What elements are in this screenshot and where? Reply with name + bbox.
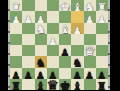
square-a8[interactable]: ♜ <box>10 79 22 90</box>
square-c2[interactable]: ♟ <box>35 11 47 22</box>
chess-board[interactable]: ♜♚♝♞♜♟♟♟♟♟♞♝♟♟♟♛♞♞♟♟♟♟♟♟♟♜♝♛♚♝♜ <box>10 0 108 90</box>
square-d2[interactable] <box>47 11 59 22</box>
square-e5[interactable]: ♟ <box>59 45 71 56</box>
square-c7[interactable]: ♟ <box>35 68 47 79</box>
square-e4[interactable] <box>59 34 71 45</box>
square-a4[interactable] <box>10 34 22 45</box>
square-h8[interactable]: ♜ <box>96 79 108 90</box>
square-e6[interactable] <box>59 56 71 67</box>
square-a3[interactable] <box>10 23 22 34</box>
square-g1[interactable]: ♞ <box>84 0 96 11</box>
square-h3[interactable] <box>96 23 108 34</box>
square-d8[interactable]: ♛ <box>47 79 59 90</box>
piece-black-queen-d8[interactable]: ♛ <box>47 79 59 91</box>
square-a1[interactable]: ♜ <box>10 0 22 11</box>
square-c3[interactable]: ♞ <box>35 23 47 34</box>
square-c5[interactable] <box>35 45 47 56</box>
square-g5[interactable]: ♛ <box>84 45 96 56</box>
square-g2[interactable]: ♟ <box>84 11 96 22</box>
square-h4[interactable] <box>96 34 108 45</box>
square-e3[interactable]: ♝ <box>59 23 71 34</box>
square-b4[interactable] <box>22 34 34 45</box>
square-h6[interactable] <box>96 56 108 67</box>
square-g7[interactable]: ♟ <box>84 68 96 79</box>
square-h5[interactable] <box>96 45 108 56</box>
square-h7[interactable]: ♟ <box>96 68 108 79</box>
square-d1[interactable] <box>47 0 59 11</box>
board-frame-right-rail <box>108 0 110 90</box>
piece-black-rook-h8[interactable]: ♜ <box>97 81 107 90</box>
square-c6-highlighted[interactable]: ♞ <box>35 56 47 67</box>
square-a7[interactable]: ♟ <box>10 68 22 79</box>
square-a2[interactable]: ♟ <box>10 11 22 22</box>
piece-black-king-e8[interactable]: ♚ <box>60 80 71 91</box>
square-f1[interactable]: ♝ <box>71 0 83 11</box>
square-e2[interactable] <box>59 11 71 22</box>
square-f5[interactable] <box>71 45 83 56</box>
square-a5[interactable] <box>10 45 22 56</box>
square-b1[interactable] <box>22 0 34 11</box>
square-f2-highlighted[interactable] <box>71 11 83 22</box>
square-f6[interactable]: ♞ <box>71 56 83 67</box>
square-d6[interactable] <box>47 56 59 67</box>
square-b7[interactable]: ♟ <box>22 68 34 79</box>
square-h1[interactable]: ♜ <box>96 0 108 11</box>
square-b5[interactable] <box>22 45 34 56</box>
square-b2[interactable]: ♟ <box>22 11 34 22</box>
square-e1[interactable]: ♚ <box>59 0 71 11</box>
square-c8[interactable]: ♝ <box>35 79 47 90</box>
square-g6[interactable] <box>84 56 96 67</box>
square-e8[interactable]: ♚ <box>59 79 71 90</box>
square-h2[interactable]: ♟ <box>96 11 108 22</box>
square-a6[interactable] <box>10 56 22 67</box>
piece-black-rook-a8[interactable]: ♜ <box>11 81 21 90</box>
square-c4[interactable] <box>35 34 47 45</box>
square-f4[interactable] <box>71 34 83 45</box>
square-d3[interactable] <box>47 23 59 34</box>
square-g3[interactable] <box>84 23 96 34</box>
square-f8[interactable]: ♝ <box>71 79 83 90</box>
square-g8[interactable] <box>84 79 96 90</box>
square-b6[interactable] <box>22 56 34 67</box>
piece-black-bishop-f8[interactable]: ♝ <box>72 81 82 91</box>
app-background: ♜♚♝♞♜♟♟♟♟♟♞♝♟♟♟♛♞♞♟♟♟♟♟♟♟♜♝♛♚♝♜ <box>0 0 120 90</box>
square-f3-highlighted[interactable]: ♟ <box>71 23 83 34</box>
square-d4[interactable]: ♟ <box>47 34 59 45</box>
square-d5[interactable] <box>47 45 59 56</box>
square-f7[interactable]: ♟ <box>71 68 83 79</box>
square-c1[interactable] <box>35 0 47 11</box>
square-b8[interactable] <box>22 79 34 90</box>
piece-black-bishop-c8[interactable]: ♝ <box>35 81 45 91</box>
square-b3[interactable] <box>22 23 34 34</box>
